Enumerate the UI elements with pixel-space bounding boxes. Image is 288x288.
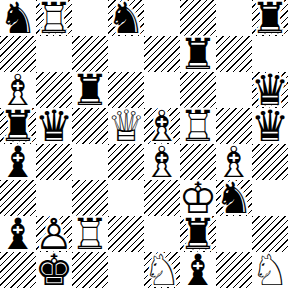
piece-black-bishop: ♝♝ — [0, 216, 36, 252]
square-b8[interactable]: ♜♖ — [36, 0, 72, 36]
black-bishop-icon: ♝ — [180, 252, 216, 288]
square-h1[interactable]: ♞♘ — [252, 252, 288, 288]
square-b5[interactable]: ♛♛ — [36, 108, 72, 144]
piece-white-knight: ♞♘ — [252, 252, 288, 288]
black-bishop-icon: ♝ — [0, 144, 36, 180]
square-c8[interactable] — [72, 0, 108, 36]
square-c6[interactable]: ♜♜ — [72, 72, 108, 108]
square-e8[interactable] — [144, 0, 180, 36]
black-knight-icon: ♞ — [0, 0, 36, 36]
black-king-icon: ♚ — [36, 252, 72, 288]
black-bishop-icon: ♝ — [0, 216, 36, 252]
square-f1[interactable]: ♝♝ — [180, 252, 216, 288]
square-b7[interactable] — [36, 36, 72, 72]
square-c4[interactable] — [72, 144, 108, 180]
square-e7[interactable] — [144, 36, 180, 72]
square-g1[interactable] — [216, 252, 252, 288]
piece-white-rook: ♜♖ — [36, 0, 72, 36]
piece-black-queen: ♛♛ — [36, 108, 72, 144]
white-knight-icon: ♘ — [144, 252, 180, 288]
square-f7[interactable]: ♜♜ — [180, 36, 216, 72]
square-g6[interactable] — [216, 72, 252, 108]
black-rook-icon: ♜ — [72, 72, 108, 108]
square-e1[interactable]: ♞♘ — [144, 252, 180, 288]
square-a1[interactable] — [0, 252, 36, 288]
square-b4[interactable] — [36, 144, 72, 180]
square-d3[interactable] — [108, 180, 144, 216]
square-f5[interactable]: ♜♖ — [180, 108, 216, 144]
piece-black-knight: ♞♞ — [108, 0, 144, 36]
square-d1[interactable] — [108, 252, 144, 288]
square-h8[interactable]: ♜♜ — [252, 0, 288, 36]
white-rook-icon: ♖ — [180, 108, 216, 144]
piece-black-rook: ♜♜ — [72, 72, 108, 108]
white-bishop-icon: ♗ — [144, 144, 180, 180]
black-queen-icon: ♛ — [36, 108, 72, 144]
piece-white-bishop: ♝♗ — [144, 144, 180, 180]
white-rook-icon: ♖ — [36, 0, 72, 36]
square-g7[interactable] — [216, 36, 252, 72]
square-h5[interactable]: ♛♛ — [252, 108, 288, 144]
square-a4[interactable]: ♝♝ — [0, 144, 36, 180]
piece-black-queen: ♛♛ — [252, 108, 288, 144]
black-rook-icon: ♜ — [252, 0, 288, 36]
square-a2[interactable]: ♝♝ — [0, 216, 36, 252]
square-g3[interactable]: ♞♞ — [216, 180, 252, 216]
square-h4[interactable] — [252, 144, 288, 180]
square-a8[interactable]: ♞♞ — [0, 0, 36, 36]
piece-black-knight: ♞♞ — [216, 180, 252, 216]
black-queen-icon: ♛ — [252, 108, 288, 144]
piece-black-bishop: ♝♝ — [0, 144, 36, 180]
black-knight-icon: ♞ — [108, 0, 144, 36]
piece-black-knight: ♞♞ — [0, 0, 36, 36]
black-rook-icon: ♜ — [180, 36, 216, 72]
square-d2[interactable] — [108, 216, 144, 252]
square-d4[interactable] — [108, 144, 144, 180]
white-rook-icon: ♖ — [72, 216, 108, 252]
piece-black-bishop: ♝♝ — [180, 252, 216, 288]
white-queen-icon: ♕ — [108, 108, 144, 144]
piece-white-knight: ♞♘ — [144, 252, 180, 288]
square-c1[interactable] — [72, 252, 108, 288]
square-g8[interactable] — [216, 0, 252, 36]
square-c5[interactable] — [72, 108, 108, 144]
white-knight-icon: ♘ — [252, 252, 288, 288]
piece-black-rook: ♜♜ — [180, 36, 216, 72]
piece-black-king: ♚♚ — [36, 252, 72, 288]
chess-board: ♞♞♜♖♞♞♜♜♜♜♝♗♜♜♛♛♜♜♛♛♛♕♝♗♜♖♛♛♝♝♝♗♝♗♚♔♞♞♝♝… — [0, 0, 288, 288]
square-b1[interactable]: ♚♚ — [36, 252, 72, 288]
piece-white-rook: ♜♖ — [72, 216, 108, 252]
black-knight-icon: ♞ — [216, 180, 252, 216]
piece-white-queen: ♛♕ — [108, 108, 144, 144]
square-c2[interactable]: ♜♖ — [72, 216, 108, 252]
square-d8[interactable]: ♞♞ — [108, 0, 144, 36]
square-d7[interactable] — [108, 36, 144, 72]
square-h3[interactable] — [252, 180, 288, 216]
square-e3[interactable] — [144, 180, 180, 216]
piece-black-rook: ♜♜ — [252, 0, 288, 36]
piece-white-rook: ♜♖ — [180, 108, 216, 144]
square-e4[interactable]: ♝♗ — [144, 144, 180, 180]
square-d5[interactable]: ♛♕ — [108, 108, 144, 144]
square-g2[interactable] — [216, 216, 252, 252]
